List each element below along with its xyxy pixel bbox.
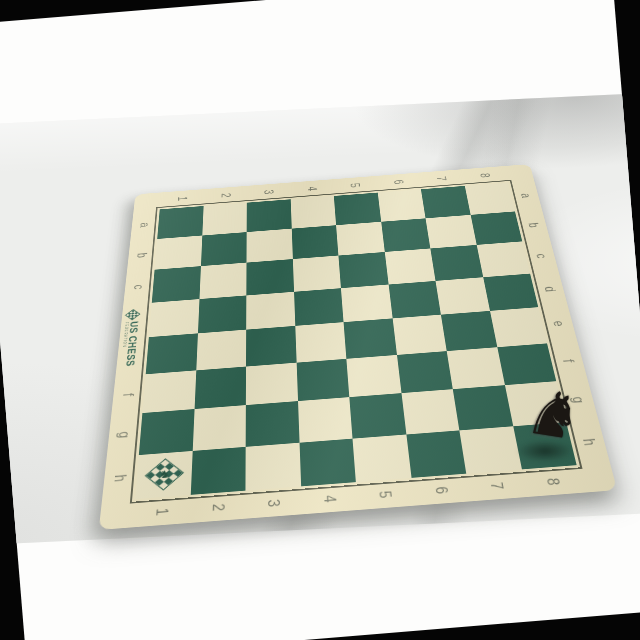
square-f6[interactable] (396, 351, 452, 393)
black-knight-glyph: ♞ (521, 380, 586, 450)
coordinate-label: 5 (370, 471, 400, 519)
square-c6[interactable] (384, 248, 435, 284)
coordinate-label: 3 (260, 479, 286, 528)
coordinate-label: 5 (344, 171, 367, 200)
coordinate-label: 3 (258, 178, 278, 207)
us-chess-knight-mark-icon (125, 309, 141, 320)
piece-black-knight[interactable]: ♞ (508, 384, 600, 476)
square-g3[interactable] (246, 401, 299, 446)
square-e5[interactable] (344, 318, 397, 358)
square-c4[interactable] (292, 256, 340, 292)
coordinate-label: 6 (386, 168, 410, 197)
coordinate-label: 4 (315, 475, 343, 523)
square-d4[interactable] (294, 288, 344, 326)
square-f7[interactable] (447, 347, 505, 389)
square-d5[interactable] (341, 284, 392, 322)
coordinate-label: d (524, 279, 576, 298)
coordinate-label: 7 (429, 164, 454, 193)
square-d7[interactable] (435, 277, 489, 315)
square-b2[interactable] (201, 232, 247, 266)
square-d3[interactable] (246, 292, 295, 330)
coordinate-label: h (91, 466, 147, 491)
coordinate-label: 2 (215, 181, 236, 210)
diamond-knight-icon: ♞ (158, 468, 170, 481)
square-f5[interactable] (346, 355, 401, 397)
square-b5[interactable] (336, 222, 384, 256)
square-c7[interactable] (430, 245, 482, 281)
square-b7[interactable] (425, 215, 476, 249)
square-e6[interactable] (392, 315, 446, 355)
square-g6[interactable] (401, 389, 459, 434)
coordinate-label: a (502, 187, 549, 204)
square-g5[interactable] (349, 393, 406, 438)
coordinate-label: f (540, 350, 595, 371)
square-g4[interactable] (298, 397, 353, 442)
coordinate-label: 1 (171, 184, 193, 214)
square-b4[interactable] (291, 225, 338, 259)
coordinate-label: b (509, 216, 558, 233)
square-c2[interactable] (199, 263, 246, 299)
square-b3[interactable] (247, 228, 293, 262)
coordinate-label: 2 (204, 484, 231, 533)
square-f4[interactable] (296, 358, 349, 401)
square-f2[interactable] (194, 366, 246, 409)
square-g7[interactable] (453, 385, 513, 430)
coordinate-label: e (532, 314, 586, 334)
square-f3[interactable] (246, 362, 298, 405)
square-g2[interactable] (192, 405, 246, 451)
square-b6[interactable] (381, 218, 431, 252)
square-d2[interactable] (198, 295, 247, 333)
square-d6[interactable] (388, 281, 441, 319)
corner-knight-diamond-logo: ♞ (144, 459, 183, 491)
square-e7[interactable] (441, 311, 497, 351)
square-e4[interactable] (295, 322, 346, 362)
coordinate-label: 4 (301, 174, 322, 203)
square-e3[interactable] (246, 326, 296, 366)
scene: 12345678 12345678 abcfgh abcdefgh US CHE… (0, 0, 640, 640)
coordinate-label: 1 (147, 488, 176, 537)
coordinate-label: f (101, 384, 154, 406)
square-c3[interactable] (246, 259, 293, 295)
coordinate-label: c (516, 247, 566, 265)
square-e2[interactable] (196, 330, 246, 370)
square-c5[interactable] (338, 252, 388, 288)
